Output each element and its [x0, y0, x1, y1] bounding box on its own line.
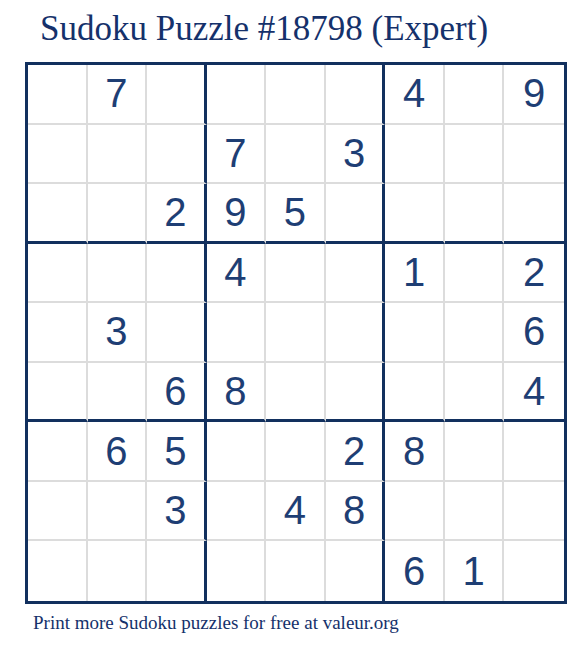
- cell-r8c5: 4: [266, 482, 326, 542]
- cell-r3c8: [445, 184, 505, 244]
- cell-r7c4: [207, 422, 267, 482]
- cell-r1c4: [207, 65, 267, 125]
- cell-r8c1: [28, 482, 88, 542]
- cell-r5c4: [207, 303, 267, 363]
- cell-r3c7: [385, 184, 445, 244]
- cell-r7c1: [28, 422, 88, 482]
- cell-r8c7: [385, 482, 445, 542]
- footer-text: Print more Sudoku puzzles for free at va…: [33, 613, 399, 634]
- cell-r8c8: [445, 482, 505, 542]
- cell-r6c8: [445, 363, 505, 423]
- cell-r8c3: 3: [147, 482, 207, 542]
- cell-r7c9: [504, 422, 564, 482]
- cell-r7c2: 6: [88, 422, 148, 482]
- cell-r4c4: 4: [207, 244, 267, 304]
- cell-r4c2: [88, 244, 148, 304]
- cell-r5c1: [28, 303, 88, 363]
- cell-r2c9: [504, 125, 564, 185]
- cell-r9c5: [266, 541, 326, 601]
- cell-r1c6: [326, 65, 386, 125]
- cell-r5c2: 3: [88, 303, 148, 363]
- cell-r7c5: [266, 422, 326, 482]
- cell-r2c3: [147, 125, 207, 185]
- cell-r6c6: [326, 363, 386, 423]
- cell-r4c7: 1: [385, 244, 445, 304]
- cell-r1c2: 7: [88, 65, 148, 125]
- cell-r7c7: 8: [385, 422, 445, 482]
- cell-r6c1: [28, 363, 88, 423]
- cell-r7c6: 2: [326, 422, 386, 482]
- cell-r5c6: [326, 303, 386, 363]
- cell-r9c4: [207, 541, 267, 601]
- cell-r8c6: 8: [326, 482, 386, 542]
- cell-r4c9: 2: [504, 244, 564, 304]
- cell-r9c6: [326, 541, 386, 601]
- cell-r5c7: [385, 303, 445, 363]
- cell-r3c5: 5: [266, 184, 326, 244]
- cell-r5c3: [147, 303, 207, 363]
- cell-r6c2: [88, 363, 148, 423]
- cell-r5c9: 6: [504, 303, 564, 363]
- cell-r9c2: [88, 541, 148, 601]
- cell-r1c8: [445, 65, 505, 125]
- page-title: Sudoku Puzzle #18798 (Expert): [40, 11, 488, 46]
- cell-r2c8: [445, 125, 505, 185]
- cell-r8c2: [88, 482, 148, 542]
- cell-r9c1: [28, 541, 88, 601]
- cell-r3c1: [28, 184, 88, 244]
- sudoku-page: Sudoku Puzzle #18798 (Expert) 7497329541…: [0, 0, 580, 651]
- cell-r4c6: [326, 244, 386, 304]
- cell-r1c7: 4: [385, 65, 445, 125]
- cell-r2c4: 7: [207, 125, 267, 185]
- cell-r2c5: [266, 125, 326, 185]
- cell-r1c5: [266, 65, 326, 125]
- cell-r3c4: 9: [207, 184, 267, 244]
- cell-r6c7: [385, 363, 445, 423]
- cell-r5c5: [266, 303, 326, 363]
- cell-r2c7: [385, 125, 445, 185]
- cell-r8c9: [504, 482, 564, 542]
- cell-r6c3: 6: [147, 363, 207, 423]
- cell-r8c4: [207, 482, 267, 542]
- cell-r5c8: [445, 303, 505, 363]
- cell-r2c6: 3: [326, 125, 386, 185]
- cell-r6c4: 8: [207, 363, 267, 423]
- cell-r3c3: 2: [147, 184, 207, 244]
- cell-r9c3: [147, 541, 207, 601]
- cell-r7c3: 5: [147, 422, 207, 482]
- cell-r1c9: 9: [504, 65, 564, 125]
- cell-r3c2: [88, 184, 148, 244]
- cell-r6c9: 4: [504, 363, 564, 423]
- sudoku-board: 7497329541236684652834861: [25, 62, 567, 604]
- cell-r1c1: [28, 65, 88, 125]
- cell-r7c8: [445, 422, 505, 482]
- cell-r3c6: [326, 184, 386, 244]
- cell-r6c5: [266, 363, 326, 423]
- cell-r2c1: [28, 125, 88, 185]
- cell-r4c5: [266, 244, 326, 304]
- cell-r9c9: [504, 541, 564, 601]
- cell-r9c7: 6: [385, 541, 445, 601]
- cell-r4c1: [28, 244, 88, 304]
- cell-r3c9: [504, 184, 564, 244]
- cell-r1c3: [147, 65, 207, 125]
- cell-r4c3: [147, 244, 207, 304]
- cell-r9c8: 1: [445, 541, 505, 601]
- cell-r2c2: [88, 125, 148, 185]
- cell-r4c8: [445, 244, 505, 304]
